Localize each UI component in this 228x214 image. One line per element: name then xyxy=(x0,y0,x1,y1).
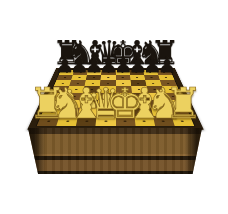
peg-hole xyxy=(89,96,92,97)
square-h4 xyxy=(164,93,183,100)
square-b4 xyxy=(65,93,83,100)
piece-black-queen-d8: ♛ xyxy=(94,37,124,70)
peg-hole xyxy=(123,103,126,104)
peg-hole xyxy=(122,89,124,90)
peg-hole xyxy=(56,96,59,97)
peg-hole xyxy=(92,83,94,84)
peg-hole xyxy=(124,120,127,121)
square-e3 xyxy=(116,100,134,108)
peg-hole xyxy=(122,96,125,97)
peg-hole xyxy=(106,89,108,90)
peg-hole xyxy=(138,89,141,90)
peg-hole xyxy=(139,96,142,97)
peg-hole xyxy=(143,120,146,121)
box-drawer-front xyxy=(28,128,202,174)
peg-hole xyxy=(163,72,165,73)
peg-hole xyxy=(151,77,153,78)
peg-hole xyxy=(47,120,50,121)
peg-hole xyxy=(106,103,109,104)
peg-hole xyxy=(78,77,80,78)
piece-black-rook-h8: ♜ xyxy=(150,37,180,70)
peg-hole xyxy=(88,103,91,104)
peg-hole xyxy=(178,111,181,112)
peg-hole xyxy=(85,120,88,121)
peg-hole xyxy=(165,77,167,78)
peg-hole xyxy=(121,72,123,73)
piece-black-knight-g8: ♞ xyxy=(136,37,166,70)
peg-hole xyxy=(122,77,124,78)
peg-hole xyxy=(93,77,95,78)
peg-hole xyxy=(50,111,53,112)
square-e2 xyxy=(116,108,135,117)
square-c3 xyxy=(80,100,99,108)
square-f2 xyxy=(133,108,153,117)
peg-hole xyxy=(64,77,66,78)
peg-hole xyxy=(71,103,74,104)
peg-hole xyxy=(140,103,143,104)
chessboard xyxy=(27,68,204,130)
square-d2 xyxy=(97,108,116,117)
square-h3 xyxy=(166,100,186,108)
square-e4 xyxy=(116,93,133,100)
peg-hole xyxy=(53,103,56,104)
peg-hole xyxy=(77,83,79,84)
peg-hole xyxy=(59,89,62,90)
peg-hole xyxy=(104,120,107,121)
peg-hole xyxy=(80,72,82,73)
piece-black-knight-b8: ♞ xyxy=(66,37,96,70)
peg-hole xyxy=(87,111,90,112)
peg-hole xyxy=(66,72,68,73)
peg-hole xyxy=(91,89,94,90)
peg-hole xyxy=(94,72,96,73)
square-f4 xyxy=(132,93,150,100)
peg-hole xyxy=(107,77,109,78)
peg-hole xyxy=(152,83,154,84)
square-d1 xyxy=(96,116,116,126)
piece-black-king-e8: ♚ xyxy=(108,37,138,70)
peg-hole xyxy=(136,77,138,78)
piece-black-bishop-f8: ♝ xyxy=(122,37,152,70)
chess-travel-set-photo: ♜♞♝♛♚♝♞♜♟♟♟♟♟♟♟♟♟♟♟♟♟♟♟♟♜♞♝♛♚♝♞♜ xyxy=(0,0,228,214)
square-f1 xyxy=(134,116,155,126)
peg-hole xyxy=(181,120,184,121)
square-h1 xyxy=(171,116,194,126)
square-d3 xyxy=(98,100,116,108)
peg-hole xyxy=(73,96,76,97)
square-h2 xyxy=(169,108,190,117)
peg-hole xyxy=(107,72,109,73)
peg-hole xyxy=(75,89,78,90)
square-c2 xyxy=(78,108,98,117)
peg-hole xyxy=(167,83,170,84)
peg-hole xyxy=(175,103,178,104)
peg-hole xyxy=(149,72,151,73)
peg-hole xyxy=(172,96,175,97)
board-grid xyxy=(37,70,194,126)
peg-hole xyxy=(61,83,64,84)
piece-black-bishop-c8: ♝ xyxy=(80,37,110,70)
square-d4 xyxy=(99,93,116,100)
peg-hole xyxy=(157,103,160,104)
square-c4 xyxy=(82,93,100,100)
peg-hole xyxy=(159,111,162,112)
peg-hole xyxy=(106,96,109,97)
peg-hole xyxy=(141,111,144,112)
peg-hole xyxy=(122,83,124,84)
peg-hole xyxy=(105,111,108,112)
square-e1 xyxy=(116,116,136,126)
peg-hole xyxy=(155,96,158,97)
square-b2 xyxy=(60,108,81,117)
peg-hole xyxy=(154,89,157,90)
peg-hole xyxy=(107,83,109,84)
peg-hole xyxy=(169,89,172,90)
peg-hole xyxy=(135,72,137,73)
piece-black-rook-a8: ♜ xyxy=(52,37,82,70)
peg-hole xyxy=(162,120,165,121)
peg-hole xyxy=(66,120,69,121)
peg-hole xyxy=(69,111,72,112)
square-c1 xyxy=(76,116,97,126)
square-f3 xyxy=(132,100,151,108)
square-b1 xyxy=(56,116,78,126)
peg-hole xyxy=(123,111,126,112)
peg-hole xyxy=(137,83,139,84)
square-b3 xyxy=(62,100,81,108)
